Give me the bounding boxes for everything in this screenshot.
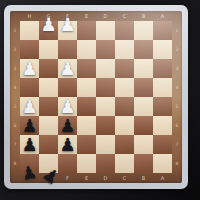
square-c8[interactable] bbox=[115, 154, 134, 173]
square-a5[interactable] bbox=[153, 97, 172, 116]
square-d7[interactable] bbox=[96, 135, 115, 154]
white-pawn-g1[interactable]: ♟ bbox=[40, 16, 56, 34]
square-d1[interactable] bbox=[96, 21, 115, 40]
white-pawn-f3[interactable]: ♟ bbox=[59, 60, 75, 78]
file-label-e: E bbox=[77, 11, 96, 21]
square-a8[interactable] bbox=[153, 154, 172, 173]
square-g2[interactable] bbox=[39, 40, 58, 59]
file-label-c: C bbox=[115, 11, 134, 21]
white-pawn-h5[interactable]: ♟ bbox=[21, 98, 37, 116]
file-label-h: H bbox=[20, 11, 39, 21]
rank-label-1: 1 bbox=[10, 21, 20, 40]
square-b3[interactable] bbox=[134, 59, 153, 78]
square-b5[interactable] bbox=[134, 97, 153, 116]
wooden-frame: HGFEDCBA HGFEDCBA 12345678 12345678 ♟♟♟♟… bbox=[10, 11, 182, 183]
square-f4[interactable] bbox=[58, 78, 77, 97]
square-g8[interactable]: ♟ bbox=[39, 154, 58, 173]
square-h7[interactable]: ♟ bbox=[20, 135, 39, 154]
square-c5[interactable] bbox=[115, 97, 134, 116]
square-f6[interactable]: ♟ bbox=[58, 116, 77, 135]
rank-label-5: 5 bbox=[172, 97, 182, 116]
rank-label-2: 2 bbox=[172, 40, 182, 59]
black-pawn-f7[interactable]: ♟ bbox=[59, 136, 75, 154]
square-c4[interactable] bbox=[115, 78, 134, 97]
square-h3[interactable]: ♟ bbox=[20, 59, 39, 78]
file-label-a: A bbox=[153, 173, 172, 183]
file-label-a: A bbox=[153, 11, 172, 21]
square-h2[interactable] bbox=[20, 40, 39, 59]
square-d4[interactable] bbox=[96, 78, 115, 97]
square-e8[interactable] bbox=[77, 154, 96, 173]
white-pawn-f5[interactable]: ♟ bbox=[59, 98, 75, 116]
square-a2[interactable] bbox=[153, 40, 172, 59]
white-pawn-h3[interactable]: ♟ bbox=[21, 60, 37, 78]
square-a1[interactable] bbox=[153, 21, 172, 40]
rank-label-1: 1 bbox=[172, 21, 182, 40]
square-d3[interactable] bbox=[96, 59, 115, 78]
rank-label-6: 6 bbox=[172, 116, 182, 135]
rank-label-6: 6 bbox=[10, 116, 20, 135]
file-label-b: B bbox=[134, 11, 153, 21]
square-e6[interactable] bbox=[77, 116, 96, 135]
square-e1[interactable] bbox=[77, 21, 96, 40]
black-pawn-h7[interactable]: ♟ bbox=[21, 136, 37, 154]
square-e3[interactable] bbox=[77, 59, 96, 78]
photo-background: { "game": "chess", "position": { "fen": … bbox=[0, 0, 200, 200]
square-f7[interactable]: ♟ bbox=[58, 135, 77, 154]
square-d5[interactable] bbox=[96, 97, 115, 116]
square-h5[interactable]: ♟ bbox=[20, 97, 39, 116]
square-a4[interactable] bbox=[153, 78, 172, 97]
rank-labels-right: 12345678 bbox=[172, 21, 182, 173]
rank-label-7: 7 bbox=[10, 135, 20, 154]
square-e4[interactable] bbox=[77, 78, 96, 97]
square-a6[interactable] bbox=[153, 116, 172, 135]
rank-label-3: 3 bbox=[10, 59, 20, 78]
square-g4[interactable] bbox=[39, 78, 58, 97]
rank-label-5: 5 bbox=[10, 97, 20, 116]
square-b4[interactable] bbox=[134, 78, 153, 97]
square-d8[interactable] bbox=[96, 154, 115, 173]
square-e7[interactable] bbox=[77, 135, 96, 154]
black-pawn-f6[interactable]: ♟ bbox=[59, 117, 75, 135]
square-a3[interactable] bbox=[153, 59, 172, 78]
square-d2[interactable] bbox=[96, 40, 115, 59]
square-b7[interactable] bbox=[134, 135, 153, 154]
square-f1[interactable]: ♟ bbox=[58, 21, 77, 40]
square-f3[interactable]: ♟ bbox=[58, 59, 77, 78]
square-h6[interactable]: ♟ bbox=[20, 116, 39, 135]
square-f2[interactable] bbox=[58, 40, 77, 59]
square-g1[interactable]: ♟ bbox=[39, 21, 58, 40]
chess-board: HGFEDCBA HGFEDCBA 12345678 12345678 ♟♟♟♟… bbox=[4, 5, 188, 189]
file-label-e: E bbox=[77, 173, 96, 183]
square-b8[interactable] bbox=[134, 154, 153, 173]
square-g7[interactable] bbox=[39, 135, 58, 154]
rank-label-8: 8 bbox=[172, 154, 182, 173]
square-h8[interactable]: ♟ bbox=[20, 154, 39, 173]
rank-label-4: 4 bbox=[10, 78, 20, 97]
rank-label-7: 7 bbox=[172, 135, 182, 154]
rank-label-2: 2 bbox=[10, 40, 20, 59]
black-pawn-h6[interactable]: ♟ bbox=[21, 117, 37, 135]
square-a7[interactable] bbox=[153, 135, 172, 154]
square-h4[interactable] bbox=[20, 78, 39, 97]
square-d6[interactable] bbox=[96, 116, 115, 135]
square-e2[interactable] bbox=[77, 40, 96, 59]
white-pawn-f1[interactable]: ♟ bbox=[59, 16, 75, 34]
rank-label-4: 4 bbox=[172, 78, 182, 97]
black-pawn-h8[interactable]: ♟ bbox=[20, 162, 40, 183]
board-grid: ♟♟♟♟♟♟♟♟♟♟♟♟ bbox=[20, 21, 172, 173]
square-h1[interactable] bbox=[20, 21, 39, 40]
square-c3[interactable] bbox=[115, 59, 134, 78]
rank-labels-left: 12345678 bbox=[10, 21, 20, 173]
square-f5[interactable]: ♟ bbox=[58, 97, 77, 116]
square-g3[interactable] bbox=[39, 59, 58, 78]
square-g5[interactable] bbox=[39, 97, 58, 116]
square-b1[interactable] bbox=[134, 21, 153, 40]
file-label-c: C bbox=[115, 173, 134, 183]
square-b2[interactable] bbox=[134, 40, 153, 59]
square-g6[interactable] bbox=[39, 116, 58, 135]
square-c2[interactable] bbox=[115, 40, 134, 59]
rank-label-3: 3 bbox=[172, 59, 182, 78]
file-label-d: D bbox=[96, 173, 115, 183]
file-label-d: D bbox=[96, 11, 115, 21]
square-c6[interactable] bbox=[115, 116, 134, 135]
square-c7[interactable] bbox=[115, 135, 134, 154]
square-c1[interactable] bbox=[115, 21, 134, 40]
square-b6[interactable] bbox=[134, 116, 153, 135]
file-label-b: B bbox=[134, 173, 153, 183]
square-e5[interactable] bbox=[77, 97, 96, 116]
